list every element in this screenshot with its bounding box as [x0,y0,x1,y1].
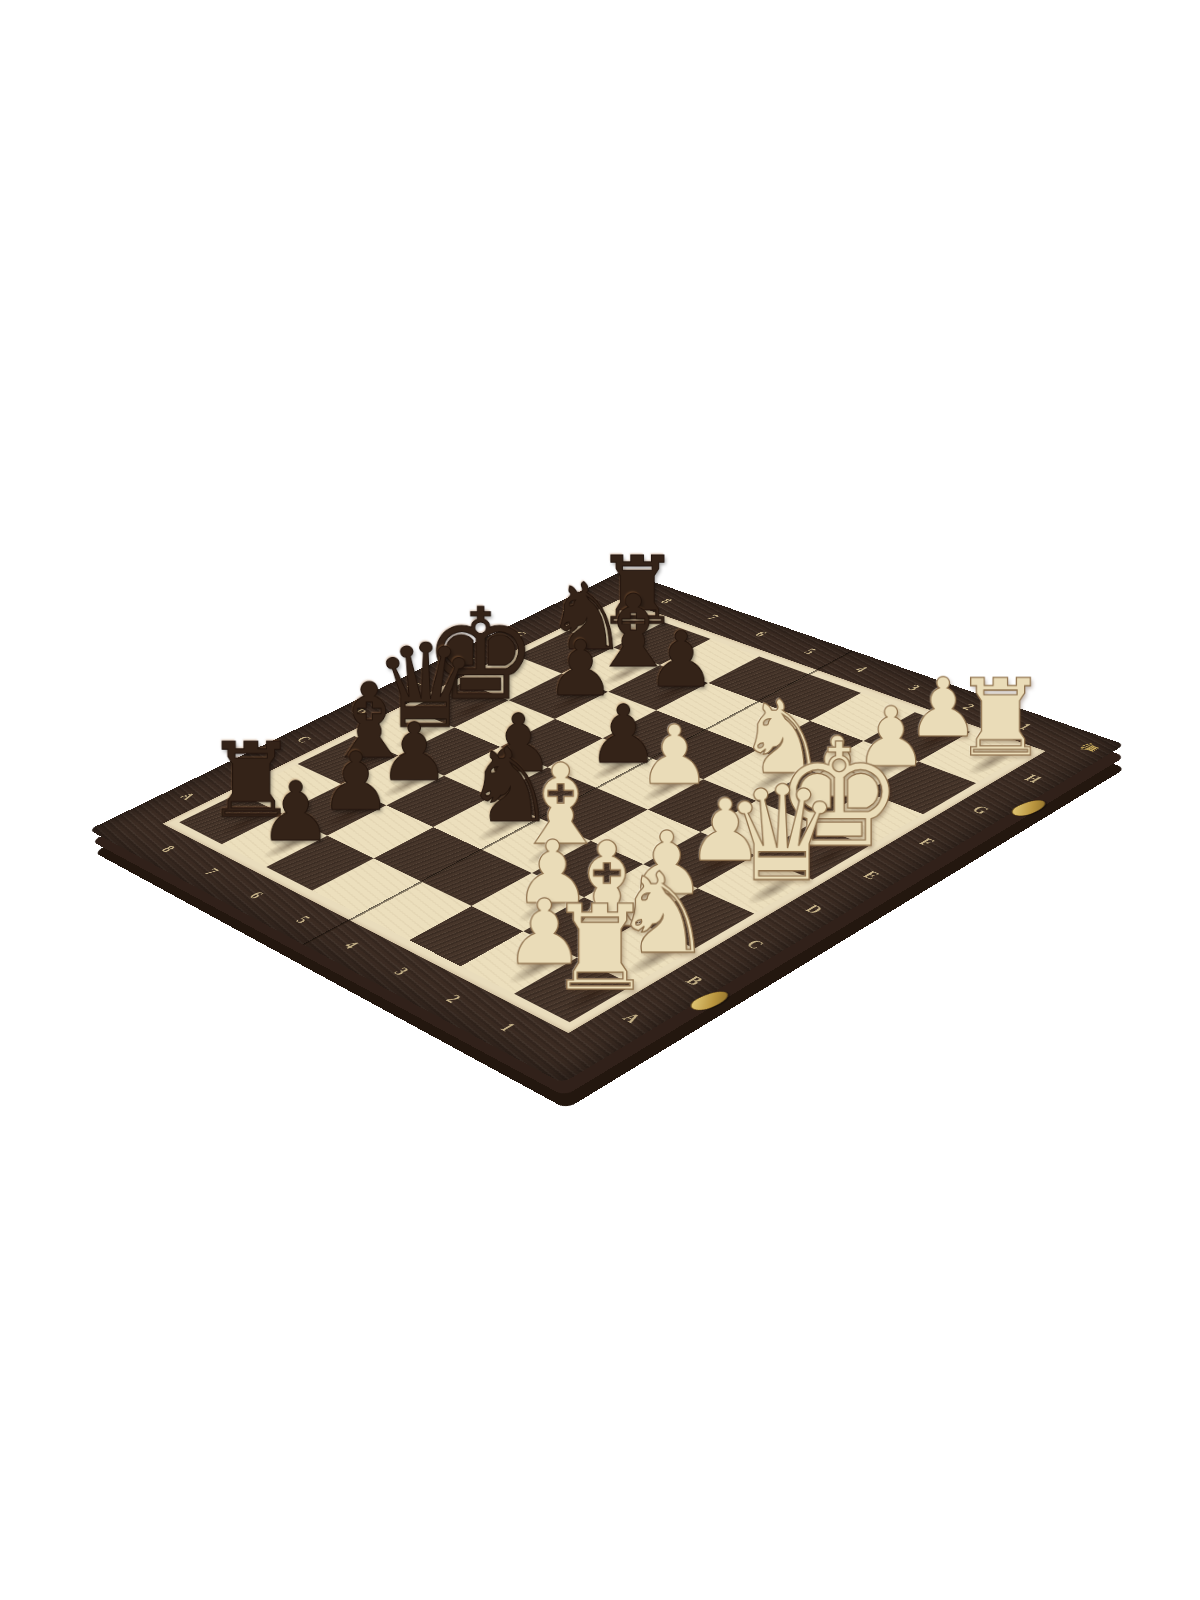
rank-label-left: 8 [157,844,179,855]
black-pawn-g6: ♟ [647,625,716,696]
rank-label-right: 6 [751,630,770,639]
rank-label-left: 4 [340,939,363,952]
file-label-near: C [742,938,769,952]
white-rook-h1: ♜ [953,669,1048,767]
chess-board: ♜♝♛♚♞♜♟♟♟♟♝♟♟♞♟♝♟♟♞♟♝♟♟♟♟♟♜♞♛♚♜ 88AA77BB… [89,571,1125,1083]
rank-label-left: 2 [441,992,465,1005]
rank-label-left: 5 [291,914,314,926]
rank-label-left: 3 [389,965,413,978]
black-pawn-a7: ♟ [259,775,333,850]
file-label-near: B [681,974,707,988]
rank-label-left: 6 [245,890,268,902]
board-frame: ♜♝♛♚♞♜♟♟♟♟♝♟♟♞♟♝♟♟♞♟♝♟♟♟♟♟♜♞♛♚♜ 88AA77BB… [89,571,1125,1083]
file-label-far: A [176,791,199,803]
file-label-near: G [968,804,994,817]
rank-label-left: 7 [200,866,222,877]
crown-stamp-icon: ♛ [1074,740,1106,754]
file-label-near: H [1020,773,1045,785]
rank-label-right: 4 [851,665,871,675]
file-label-near: E [859,869,884,882]
file-label-near: D [801,903,827,917]
file-label-near: A [618,1011,645,1026]
product-photo-scene: ♜♝♛♚♞♜♟♟♟♟♝♟♟♞♟♝♟♟♞♟♝♟♟♟♟♟♜♞♛♚♜ 88AA77BB… [0,0,1200,1600]
white-rook-a1: ♜ [548,894,654,1002]
rank-label-left: 1 [495,1021,520,1035]
rank-label-right: 5 [800,647,820,656]
white-queen-d1: ♛ [723,775,841,896]
file-label-near: F [915,836,939,848]
